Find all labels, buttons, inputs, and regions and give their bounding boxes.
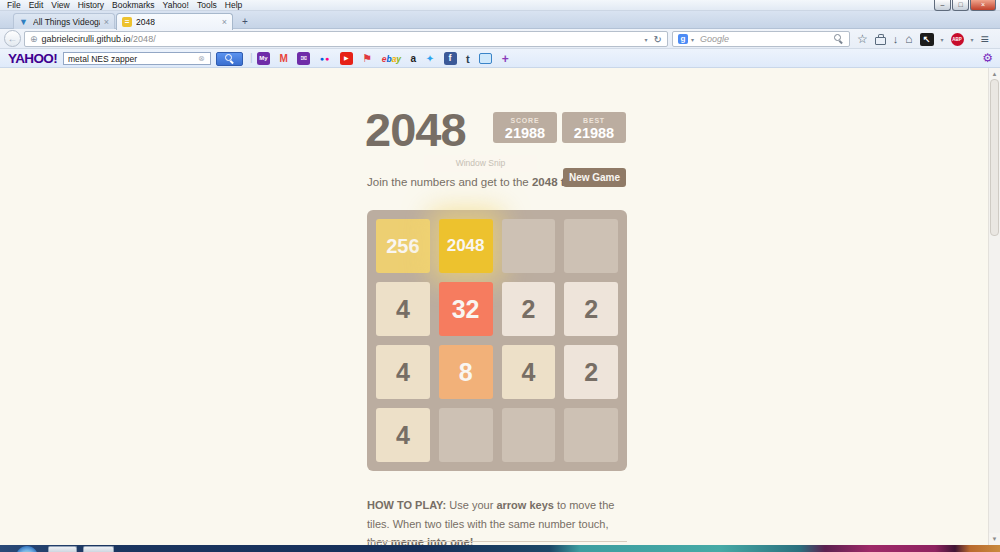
2048-favicon: = [122,17,132,27]
score-box: SCORE 21988 [493,112,557,143]
facebook-icon[interactable]: f [444,52,457,65]
hamburger-menu-icon[interactable]: ≡ [981,31,989,47]
menu-bookmarks[interactable]: Bookmarks [108,0,159,10]
menu-history[interactable]: History [74,0,108,10]
game-board: 25620484322248424 [367,210,627,471]
divider [367,541,627,542]
maximize-button[interactable]: □ [952,0,969,11]
best-value: 21988 [570,125,618,141]
tab-close-icon[interactable]: × [100,17,109,27]
youtube-icon[interactable]: ▶ [340,52,353,65]
window-snip-tooltip: Window Snip [424,155,537,172]
tile-2048: 2048 [439,219,493,273]
menu-yahoo[interactable]: Yahoo! [159,0,193,10]
amazon-icon[interactable]: a [411,53,417,64]
briefcase-icon[interactable] [875,37,886,45]
search-icon[interactable] [834,34,844,44]
yahoo-search-button[interactable] [216,52,243,66]
yahoo-toolbar-shortcuts: MyM✉●●▶⚑ebaya✦ft+ [257,51,509,66]
bookmark-star-icon[interactable]: ☆ [857,32,868,46]
new-game-button[interactable]: New Game [563,168,626,187]
tile-4: 4 [502,345,556,399]
window-controls: – □ × [934,0,996,11]
search-engine-caret-icon[interactable]: ▾ [691,36,694,43]
tile-2: 2 [564,282,618,336]
url-host: gabrielecirulli.github.io [42,34,131,44]
empty-cell [439,408,493,462]
tab-2048[interactable]: = 2048 × [116,13,233,30]
tab-close-icon[interactable]: × [218,17,227,27]
caret-icon[interactable]: ▾ [941,36,944,43]
close-button[interactable]: × [970,0,996,11]
menu-view[interactable]: View [47,0,73,10]
tile-32: 32 [439,282,493,336]
sparkle-icon[interactable]: ✦ [426,53,434,64]
bookmark-ribbon-icon[interactable]: ⚑ [362,52,372,65]
yahoo-mail-icon[interactable]: ✉ [297,52,310,65]
tile-4: 4 [376,408,430,462]
tab-strip: ▼ All Things Videogame Rela... × = 2048 … [0,11,1000,29]
browser-search-bar[interactable]: g ▾ Google [672,31,850,47]
tile-256: 256 [376,219,430,273]
search-icon [225,54,235,64]
yahoo-toolbar: YAHOO! ⊗ | MyM✉●●▶⚑ebaya✦ft+ ⚙ [0,49,1000,68]
gmail-icon[interactable]: M [280,53,288,64]
best-box: BEST 21988 [562,112,626,143]
back-button[interactable]: ← [4,30,21,47]
my-yahoo-icon[interactable]: My [257,52,270,65]
tab-all-things-videogame[interactable]: ▼ All Things Videogame Rela... × [13,13,115,30]
tab-title: All Things Videogame Rela... [33,17,100,27]
home-icon[interactable]: ⌂ [905,32,912,46]
yahoo-logo[interactable]: YAHOO! [8,51,57,66]
tile-2: 2 [564,345,618,399]
tile-4: 4 [376,282,430,336]
minimize-button[interactable]: – [934,0,951,11]
windows-taskbar [0,545,1000,552]
flickr-icon[interactable]: ●● [320,55,330,62]
tile-2: 2 [502,282,556,336]
download-icon[interactable]: ↓ [893,33,899,45]
empty-cell [502,219,556,273]
score-panel: SCORE 21988 BEST 21988 [493,112,626,143]
taskbar-button[interactable] [83,546,114,552]
start-button[interactable] [16,546,38,552]
empty-cell [502,408,556,462]
tile-4: 4 [376,345,430,399]
reload-icon[interactable]: ↻ [654,34,662,45]
toolbar-icons: ☆↓⌂↖▾ABP▾≡ [857,29,989,49]
adblock-abp-icon[interactable]: ABP [951,33,964,46]
site-identity-globe-icon[interactable]: ⊕ [30,34,38,44]
menu-file[interactable]: File [3,0,25,10]
site-favicon: ▼ [19,17,29,27]
url-dropdown-icon[interactable]: ▾ [645,36,648,43]
gallery-icon[interactable] [479,53,492,64]
taskbar-button[interactable] [48,546,77,552]
menu-help[interactable]: Help [221,0,246,10]
caret-icon[interactable]: ▾ [971,36,974,43]
url-path: /2048/ [131,34,156,44]
tile-8: 8 [439,345,493,399]
ebay-icon[interactable]: ebay [382,54,401,64]
yahoo-search-input[interactable] [63,52,211,65]
best-label: BEST [570,117,618,124]
score-value: 21988 [501,125,549,141]
vertical-scrollbar[interactable]: ▲ ▼ [988,68,1000,545]
url-bar[interactable]: ⊕ gabrielecirulli.github.io/2048/ ▾ ↻ [24,31,668,47]
tumblr-icon[interactable]: t [466,53,470,65]
score-label: SCORE [501,117,549,124]
game-subtitle: Join the numbers and get to the 2048 til… [367,176,581,188]
empty-cell [564,219,618,273]
menu-bar: File Edit View History Bookmarks Yahoo! … [0,0,1000,11]
menu-tools[interactable]: Tools [193,0,221,10]
tab-title: 2048 [136,17,155,27]
page-title: 2048 [365,102,466,157]
new-tab-button[interactable]: + [238,15,252,28]
scroll-down-icon[interactable]: ▼ [989,533,1000,545]
empty-cell [564,408,618,462]
navigation-bar: ← ⊕ gabrielecirulli.github.io/2048/ ▾ ↻ … [0,29,1000,49]
pointer-extension-icon[interactable]: ↖ [920,33,934,46]
add-icon[interactable]: + [502,52,509,66]
search-placeholder: Google [700,34,729,44]
scrollbar-thumb[interactable] [990,79,999,236]
menu-edit[interactable]: Edit [25,0,48,10]
clear-search-icon[interactable]: ⊗ [198,54,205,63]
browser-window: File Edit View History Bookmarks Yahoo! … [0,0,1000,552]
toolbar-separator: | [250,52,253,63]
google-favicon[interactable]: g [678,34,688,44]
how-to-play-text: HOW TO PLAY: Use your arrow keys to move… [367,496,629,552]
gear-icon[interactable]: ⚙ [982,51,993,65]
